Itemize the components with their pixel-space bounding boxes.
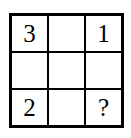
grid-cell-r3c1: 2 <box>12 90 47 125</box>
number-grid: 3 1 2 ? <box>9 13 124 128</box>
grid-cell-r3c2 <box>49 90 84 125</box>
grid-cell-r3c3 grid-cell-unknown: ? <box>86 90 121 125</box>
grid-cell-r2c2 <box>49 53 84 88</box>
grid-cell-r2c1 <box>12 53 47 88</box>
grid-cell-r1c3: 1 <box>86 16 121 51</box>
grid-cell-r1c1: 3 <box>12 16 47 51</box>
grid-cell-r2c3 <box>86 53 121 88</box>
puzzle-board: 3 1 2 ? <box>9 13 124 128</box>
grid-cell-r1c2 <box>49 16 84 51</box>
